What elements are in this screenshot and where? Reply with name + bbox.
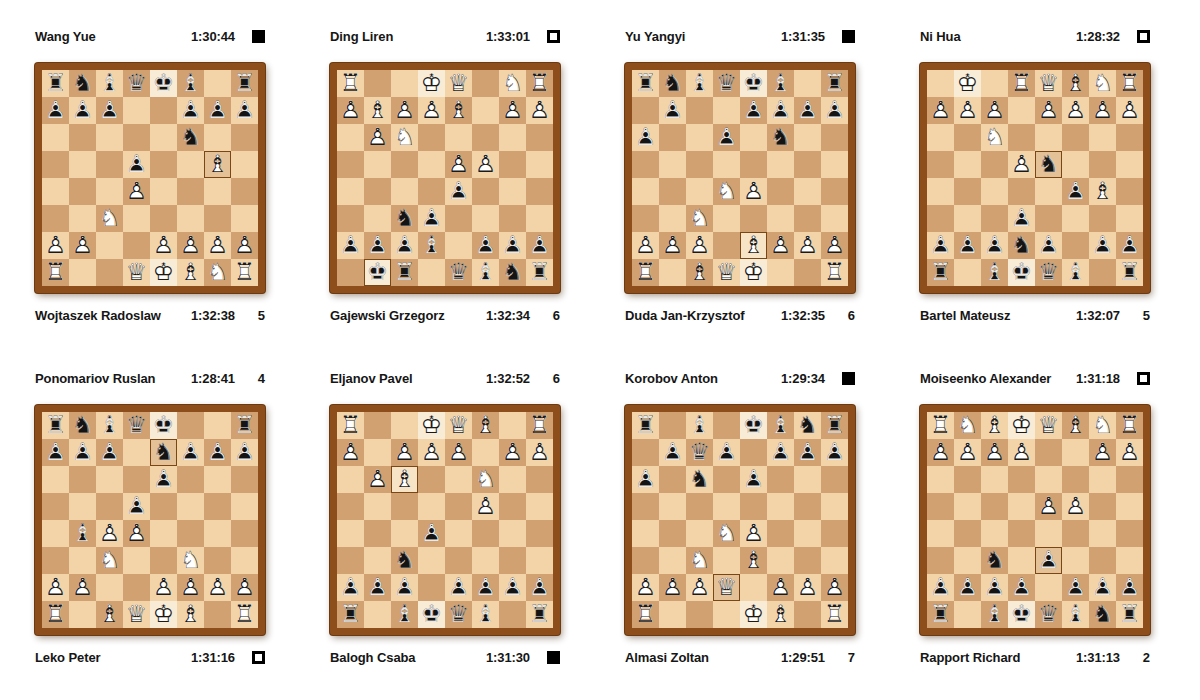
square-c8: ♝♗ <box>472 601 499 628</box>
square-g1: ♞♘ <box>954 412 981 439</box>
top-player-bar: Ni Hua 1:28:32 <box>920 26 1150 46</box>
square-f4 <box>177 520 204 547</box>
square-g8 <box>204 412 231 439</box>
square-e4 <box>150 520 177 547</box>
square-f8: ♝♗ <box>981 601 1008 628</box>
square-b1: ♞♘ <box>499 70 526 97</box>
square-e5 <box>418 178 445 205</box>
square-c6 <box>96 124 123 151</box>
square-g8 <box>954 259 981 286</box>
top-player-bar: Moiseenko Alexander 1:31:18 <box>920 368 1150 388</box>
square-g2: ♟♙ <box>204 574 231 601</box>
square-d1: ♛♕ <box>123 601 150 628</box>
square-f5 <box>767 151 794 178</box>
square-d2: ♟♙ <box>1035 97 1062 124</box>
square-d8 <box>713 412 740 439</box>
square-c6 <box>1062 205 1089 232</box>
square-b3 <box>659 547 686 574</box>
square-e2 <box>1008 97 1035 124</box>
square-e4: ♟♙ <box>1008 151 1035 178</box>
top-player-clock: 1:31:18 <box>1076 371 1120 386</box>
square-c4: ♟♙ <box>96 520 123 547</box>
square-a1: ♜♖ <box>632 259 659 286</box>
bottom-player-name: Leko Peter <box>35 650 191 665</box>
square-h6 <box>231 466 258 493</box>
square-a4 <box>526 493 553 520</box>
square-f4 <box>177 178 204 205</box>
square-h7: ♟♙ <box>821 439 848 466</box>
square-b8 <box>499 601 526 628</box>
square-c1: ♝♗ <box>686 259 713 286</box>
square-c7: ♟♙ <box>1062 574 1089 601</box>
board-frame: ♜♖♞♘♝♗♛♕♚♔♜♖♟♙♟♙♟♙♞♘♟♙♟♙♟♙♟♙♟♙♝♗♟♙♟♙♞♘♞♘… <box>35 405 265 635</box>
square-c5 <box>1062 520 1089 547</box>
square-c5 <box>686 493 713 520</box>
square-f4 <box>981 151 1008 178</box>
square-f6 <box>177 466 204 493</box>
square-c7: ♟♙ <box>472 574 499 601</box>
game-panel-5[interactable]: Ponomariov Ruslan 1:28:41 4 ♜♖♞♘♝♗♛♕♚♔♜♖… <box>35 368 265 667</box>
square-c8: ♝♗ <box>686 70 713 97</box>
square-b8 <box>659 412 686 439</box>
square-f2: ♟♙ <box>391 97 418 124</box>
square-a8: ♜♖ <box>1116 259 1143 286</box>
square-f3: ♝♗ <box>391 466 418 493</box>
square-g7: ♟♙ <box>794 439 821 466</box>
top-player-name: Ding Liren <box>330 29 486 44</box>
square-g8 <box>794 70 821 97</box>
square-d2 <box>1035 439 1062 466</box>
square-e1: ♜♖ <box>1008 70 1035 97</box>
square-g1 <box>794 601 821 628</box>
square-g5 <box>794 151 821 178</box>
square-b3 <box>499 466 526 493</box>
bottom-player-clock: 1:29:51 <box>781 650 825 665</box>
square-g4 <box>364 493 391 520</box>
square-e4 <box>418 493 445 520</box>
square-f4 <box>391 151 418 178</box>
square-d5 <box>1035 520 1062 547</box>
square-c8: ♝♗ <box>686 412 713 439</box>
square-d4 <box>445 493 472 520</box>
square-c8: ♝♗ <box>96 412 123 439</box>
game-panel-8[interactable]: Moiseenko Alexander 1:31:18 ♜♖♞♘♝♗♚♔♛♕♝♗… <box>920 368 1150 667</box>
square-f4 <box>767 178 794 205</box>
square-a6 <box>1116 205 1143 232</box>
square-c2 <box>1062 439 1089 466</box>
square-f4 <box>981 493 1008 520</box>
square-c6 <box>686 124 713 151</box>
square-e2: ♟♙ <box>1008 439 1035 466</box>
square-h7: ♟♙ <box>821 97 848 124</box>
square-d4: ♟♙ <box>445 151 472 178</box>
square-g3 <box>204 205 231 232</box>
square-f5 <box>391 520 418 547</box>
top-player-clock: 1:29:34 <box>781 371 825 386</box>
square-d3 <box>713 547 740 574</box>
square-b3 <box>659 205 686 232</box>
square-g6 <box>204 466 231 493</box>
square-e6: ♟♙ <box>150 466 177 493</box>
square-e1: ♚♔ <box>1008 412 1035 439</box>
square-e2: ♟♙ <box>418 439 445 466</box>
square-c1: ♝♗ <box>1062 412 1089 439</box>
black-to-move-icon <box>842 30 855 43</box>
square-f1 <box>981 70 1008 97</box>
square-g1 <box>204 601 231 628</box>
square-a4 <box>632 520 659 547</box>
square-e3 <box>150 547 177 574</box>
square-g5 <box>364 520 391 547</box>
game-panel-2[interactable]: Ding Liren 1:33:01 ♜♖♚♔♛♕♞♘♜♖♟♙♝♗♟♙♟♙♝♗♟… <box>330 26 560 325</box>
square-b1 <box>69 601 96 628</box>
board-frame: ♜♖♞♘♝♗♛♕♚♔♝♗♜♖♟♙♟♙♟♙♟♙♟♙♟♙♟♙♞♘♞♘♟♙♞♘♟♙♟♙… <box>625 63 855 293</box>
square-a7: ♟♙ <box>42 97 69 124</box>
square-e7: ♞♘ <box>1008 232 1035 259</box>
square-f6 <box>981 205 1008 232</box>
board-frame: ♜♖♚♔♛♕♝♗♜♖♟♙♟♙♟♙♟♙♟♙♟♙♟♙♝♗♞♘♟♙♟♙♞♘♟♙♟♙♟♙… <box>330 405 560 635</box>
square-f5 <box>177 151 204 178</box>
square-h7: ♟♙ <box>337 574 364 601</box>
square-g7: ♟♙ <box>204 97 231 124</box>
board-frame: ♜♖♝♗♚♔♝♗♞♘♜♖♟♙♛♕♟♙♟♙♟♙♟♙♟♙♞♘♟♙♞♘♟♙♞♘♝♗♟♙… <box>625 405 855 635</box>
square-d6 <box>123 124 150 151</box>
square-h8 <box>337 259 364 286</box>
square-d8: ♛♕ <box>445 601 472 628</box>
square-a6: ♟♙ <box>632 124 659 151</box>
square-a2: ♟♙ <box>1116 97 1143 124</box>
square-g1 <box>364 70 391 97</box>
square-e2: ♟♙ <box>418 97 445 124</box>
square-d7: ♟♙ <box>445 574 472 601</box>
square-b5 <box>1089 520 1116 547</box>
square-h8: ♜♖ <box>927 259 954 286</box>
square-f6 <box>767 466 794 493</box>
square-h2: ♟♙ <box>821 232 848 259</box>
square-a3 <box>632 547 659 574</box>
square-h7: ♟♙ <box>231 439 258 466</box>
square-a5 <box>42 493 69 520</box>
square-h3 <box>927 466 954 493</box>
move-count: 4 <box>235 371 265 386</box>
square-f1 <box>391 70 418 97</box>
game-panel-3[interactable]: Yu Yangyi 1:31:35 ♜♖♞♘♝♗♛♕♚♔♝♗♜♖♟♙♟♙♟♙♟♙… <box>625 26 855 325</box>
square-h4 <box>231 520 258 547</box>
square-a5 <box>632 151 659 178</box>
square-c3 <box>1062 466 1089 493</box>
square-e7: ♞♘ <box>150 439 177 466</box>
square-d2: ♛♕ <box>713 574 740 601</box>
square-c4 <box>686 520 713 547</box>
square-c1 <box>686 601 713 628</box>
square-c3 <box>472 124 499 151</box>
square-g7: ♟♙ <box>794 97 821 124</box>
square-e2: ♝♗ <box>740 232 767 259</box>
square-f7: ♟♙ <box>177 439 204 466</box>
square-f7: ♟♙ <box>391 574 418 601</box>
square-c2: ♟♙ <box>1062 97 1089 124</box>
square-f4 <box>391 493 418 520</box>
top-indicator-slot <box>825 372 855 385</box>
square-d5: ♟♙ <box>123 151 150 178</box>
square-c2: ♟♙ <box>686 232 713 259</box>
square-f1: ♝♗ <box>767 601 794 628</box>
square-a3 <box>526 124 553 151</box>
square-a2: ♟♙ <box>1116 439 1143 466</box>
square-e5 <box>150 493 177 520</box>
square-h6 <box>927 205 954 232</box>
square-a1: ♜♖ <box>526 70 553 97</box>
bottom-player-bar: Gajewski Grzegorz 1:32:34 6 <box>330 305 560 325</box>
square-f8: ♝♗ <box>767 70 794 97</box>
square-h1: ♜♖ <box>821 259 848 286</box>
square-h5 <box>337 520 364 547</box>
square-f8: ♝♗ <box>391 601 418 628</box>
move-count: 7 <box>825 650 855 665</box>
square-b8: ♞♘ <box>69 412 96 439</box>
square-c7 <box>1062 232 1089 259</box>
square-a2: ♟♙ <box>632 232 659 259</box>
square-b7: ♟♙ <box>659 439 686 466</box>
square-f7: ♟♙ <box>981 574 1008 601</box>
square-e1: ♚♔ <box>740 259 767 286</box>
square-e8: ♚♔ <box>150 70 177 97</box>
square-e3 <box>418 124 445 151</box>
square-a4 <box>42 520 69 547</box>
bottom-indicator-slot <box>530 651 560 664</box>
move-count: 2 <box>1120 650 1150 665</box>
square-f6: ♞♘ <box>767 124 794 151</box>
bottom-player-name: Gajewski Grzegorz <box>330 308 486 323</box>
square-c1: ♝♗ <box>1062 70 1089 97</box>
square-g4 <box>794 178 821 205</box>
bottom-player-name: Duda Jan-Krzysztof <box>625 308 781 323</box>
move-count: 6 <box>530 371 560 386</box>
square-c2 <box>96 574 123 601</box>
square-b8: ♞♘ <box>659 70 686 97</box>
board-frame: ♚♔♜♖♛♕♝♗♞♘♜♖♟♙♟♙♟♙♟♙♟♙♟♙♟♙♞♘♟♙♞♘♟♙♝♗♟♙♟♙… <box>920 63 1150 293</box>
chess-board: ♜♖♚♔♛♕♝♗♜♖♟♙♟♙♟♙♟♙♟♙♟♙♟♙♝♗♞♘♟♙♟♙♞♘♟♙♟♙♟♙… <box>337 412 553 628</box>
square-c4 <box>96 178 123 205</box>
square-c6 <box>1062 547 1089 574</box>
square-f3 <box>767 205 794 232</box>
square-d8: ♛♕ <box>445 259 472 286</box>
square-c7: ♛♕ <box>686 439 713 466</box>
square-e6: ♟♙ <box>1008 205 1035 232</box>
square-d1: ♛♕ <box>123 259 150 286</box>
square-c3: ♞♘ <box>472 466 499 493</box>
square-f5 <box>391 178 418 205</box>
square-e8: ♚♔ <box>1008 601 1035 628</box>
square-f2: ♟♙ <box>767 574 794 601</box>
square-g5 <box>954 520 981 547</box>
square-f3 <box>767 547 794 574</box>
top-indicator-slot <box>825 30 855 43</box>
square-h7: ♟♙ <box>927 574 954 601</box>
square-a7 <box>632 439 659 466</box>
square-h8: ♜♖ <box>927 601 954 628</box>
square-e5 <box>150 151 177 178</box>
square-b2: ♟♙ <box>499 439 526 466</box>
square-g8: ♚♔ <box>364 259 391 286</box>
square-a7: ♟♙ <box>526 232 553 259</box>
bottom-player-bar: Leko Peter 1:31:16 <box>35 647 265 667</box>
square-g3 <box>794 205 821 232</box>
square-b4 <box>69 178 96 205</box>
bottom-player-clock: 1:32:35 <box>781 308 825 323</box>
square-b3 <box>69 205 96 232</box>
square-b5 <box>499 178 526 205</box>
square-h8: ♜♖ <box>821 70 848 97</box>
square-a8: ♜♖ <box>526 259 553 286</box>
square-c1 <box>96 259 123 286</box>
square-c8: ♝♗ <box>1062 601 1089 628</box>
square-d8: ♛♕ <box>123 70 150 97</box>
square-h1: ♜♖ <box>927 412 954 439</box>
square-f5 <box>767 493 794 520</box>
square-h8: ♜♖ <box>821 412 848 439</box>
square-a2: ♟♙ <box>42 232 69 259</box>
square-d3 <box>123 547 150 574</box>
square-h7: ♟♙ <box>231 97 258 124</box>
square-a8: ♜♖ <box>42 412 69 439</box>
white-to-move-icon <box>1137 30 1150 43</box>
square-e8: ♚♔ <box>150 412 177 439</box>
chess-board: ♜♖♞♘♝♗♚♔♛♕♝♗♞♘♜♖♟♙♟♙♟♙♟♙♟♙♟♙♟♙♟♙♞♘♟♙♟♙♟♙… <box>927 412 1143 628</box>
square-c3: ♞♘ <box>96 547 123 574</box>
square-e7: ♟♙ <box>1008 574 1035 601</box>
square-d4: ♞♘ <box>1035 151 1062 178</box>
square-b3 <box>69 547 96 574</box>
top-indicator-slot <box>530 30 560 43</box>
game-panel-1[interactable]: Wang Yue 1:30:44 ♜♖♞♘♝♗♛♕♚♔♝♗♜♖♟♙♟♙♟♙♟♙♟… <box>35 26 265 325</box>
square-d7: ♟♙ <box>713 439 740 466</box>
game-panel-7[interactable]: Korobov Anton 1:29:34 ♜♖♝♗♚♔♝♗♞♘♜♖♟♙♛♕♟♙… <box>625 368 855 667</box>
square-g3 <box>954 124 981 151</box>
square-a7: ♟♙ <box>1116 574 1143 601</box>
square-b1: ♞♘ <box>1089 412 1116 439</box>
square-g2: ♟♙ <box>794 232 821 259</box>
square-g6 <box>794 124 821 151</box>
square-f7: ♟♙ <box>767 439 794 466</box>
white-to-move-icon <box>252 651 265 664</box>
square-b1 <box>659 259 686 286</box>
square-e3: ♝♗ <box>740 547 767 574</box>
square-d4: ♟♙ <box>1035 493 1062 520</box>
square-e4 <box>150 178 177 205</box>
bottom-player-clock: 1:32:07 <box>1076 308 1120 323</box>
square-c3: ♞♘ <box>96 205 123 232</box>
square-e6: ♟♙ <box>740 466 767 493</box>
square-g8 <box>204 70 231 97</box>
square-g4 <box>794 520 821 547</box>
square-h4 <box>231 178 258 205</box>
square-g4 <box>204 178 231 205</box>
square-a8: ♜♖ <box>1116 601 1143 628</box>
square-g1 <box>794 259 821 286</box>
square-h6 <box>337 205 364 232</box>
square-b8: ♞♘ <box>499 259 526 286</box>
top-player-bar: Korobov Anton 1:29:34 <box>625 368 855 388</box>
square-e5 <box>740 493 767 520</box>
square-d6: ♟♙ <box>713 124 740 151</box>
square-h2: ♟♙ <box>927 439 954 466</box>
square-h3 <box>337 466 364 493</box>
square-e7 <box>150 97 177 124</box>
square-b6 <box>659 124 686 151</box>
square-f7: ♟♙ <box>391 232 418 259</box>
move-count: 6 <box>825 308 855 323</box>
square-d5: ♟♙ <box>445 178 472 205</box>
square-g3: ♟♙ <box>364 124 391 151</box>
square-h1: ♜♖ <box>337 412 364 439</box>
square-a3 <box>1116 124 1143 151</box>
top-player-name: Wang Yue <box>35 29 191 44</box>
square-a5 <box>1116 520 1143 547</box>
bottom-player-bar: Rapport Richard 1:31:13 2 <box>920 647 1150 667</box>
square-e5 <box>1008 178 1035 205</box>
square-b2: ♟♙ <box>1089 439 1116 466</box>
square-c5 <box>472 178 499 205</box>
square-h2: ♟♙ <box>337 439 364 466</box>
square-c6 <box>96 466 123 493</box>
square-e3 <box>418 466 445 493</box>
square-d8: ♛♕ <box>1035 259 1062 286</box>
square-d1: ♛♕ <box>445 412 472 439</box>
game-panel-6[interactable]: Eljanov Pavel 1:32:52 6 ♜♖♚♔♛♕♝♗♜♖♟♙♟♙♟♙… <box>330 368 560 667</box>
chess-board: ♜♖♞♘♝♗♛♕♚♔♜♖♟♙♟♙♟♙♞♘♟♙♟♙♟♙♟♙♟♙♝♗♟♙♟♙♞♘♞♘… <box>42 412 258 628</box>
bottom-player-bar: Duda Jan-Krzysztof 1:32:35 6 <box>625 305 855 325</box>
square-f2: ♟♙ <box>177 574 204 601</box>
square-d6 <box>445 205 472 232</box>
square-d2 <box>123 574 150 601</box>
square-a5 <box>632 493 659 520</box>
square-d2 <box>713 232 740 259</box>
square-b4 <box>1089 151 1116 178</box>
square-f7: ♟♙ <box>981 232 1008 259</box>
square-a1: ♜♖ <box>632 601 659 628</box>
square-b5: ♝♗ <box>1089 178 1116 205</box>
square-c4 <box>1062 151 1089 178</box>
square-c8: ♝♗ <box>472 259 499 286</box>
square-g4 <box>954 151 981 178</box>
square-d6: ♟♙ <box>1035 547 1062 574</box>
square-e3 <box>1008 124 1035 151</box>
square-c7: ♟♙ <box>96 439 123 466</box>
square-a5 <box>42 151 69 178</box>
square-d3 <box>713 205 740 232</box>
square-b4: ♝♗ <box>69 520 96 547</box>
square-b7: ♟♙ <box>69 439 96 466</box>
square-e4 <box>418 151 445 178</box>
square-c5 <box>96 493 123 520</box>
square-c4 <box>686 178 713 205</box>
square-e2: ♟♙ <box>150 574 177 601</box>
game-panel-4[interactable]: Ni Hua 1:28:32 ♚♔♜♖♛♕♝♗♞♘♜♖♟♙♟♙♟♙♟♙♟♙♟♙♟… <box>920 26 1150 325</box>
square-a1: ♜♖ <box>1116 412 1143 439</box>
bottom-player-bar: Bartel Mateusz 1:32:07 5 <box>920 305 1150 325</box>
square-d7 <box>1035 574 1062 601</box>
square-g4 <box>954 493 981 520</box>
square-b3 <box>1089 466 1116 493</box>
square-e1: ♚♔ <box>150 259 177 286</box>
square-c1: ♝♗ <box>472 412 499 439</box>
square-e7: ♝♗ <box>418 232 445 259</box>
square-e6 <box>1008 547 1035 574</box>
bottom-player-clock: 1:31:30 <box>486 650 530 665</box>
bottom-player-bar: Balogh Csaba 1:31:30 <box>330 647 560 667</box>
top-player-bar: Yu Yangyi 1:31:35 <box>625 26 855 46</box>
